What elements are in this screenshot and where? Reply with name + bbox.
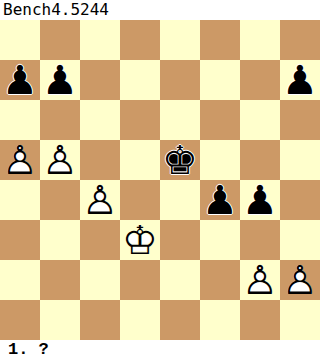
square-b4[interactable] xyxy=(40,180,80,220)
square-c3[interactable] xyxy=(80,220,120,260)
square-b1[interactable] xyxy=(40,300,80,340)
square-c4[interactable]: ♟♙ xyxy=(80,180,120,220)
square-a2[interactable] xyxy=(0,260,40,300)
square-e7[interactable] xyxy=(160,60,200,100)
square-h3[interactable] xyxy=(280,220,320,260)
square-h8[interactable] xyxy=(280,20,320,60)
square-f4[interactable]: ♟ xyxy=(200,180,240,220)
square-f8[interactable] xyxy=(200,20,240,60)
white-pawn[interactable]: ♙ xyxy=(280,260,320,300)
square-c5[interactable] xyxy=(80,140,120,180)
black-pawn[interactable]: ♟ xyxy=(280,60,320,100)
white-pawn-fill: ♟ xyxy=(40,140,80,180)
white-pawn-fill: ♟ xyxy=(240,260,280,300)
square-b2[interactable] xyxy=(40,260,80,300)
square-f7[interactable] xyxy=(200,60,240,100)
square-a1[interactable] xyxy=(0,300,40,340)
square-d2[interactable] xyxy=(120,260,160,300)
square-a7[interactable]: ♟ xyxy=(0,60,40,100)
diagram-title: Bench4.5244 xyxy=(3,0,109,20)
square-h6[interactable] xyxy=(280,100,320,140)
white-pawn[interactable]: ♙ xyxy=(80,180,120,220)
square-f3[interactable] xyxy=(200,220,240,260)
black-pawn[interactable]: ♟ xyxy=(200,180,240,220)
square-e1[interactable] xyxy=(160,300,200,340)
square-h1[interactable] xyxy=(280,300,320,340)
white-pawn-fill: ♟ xyxy=(80,180,120,220)
white-pawn-fill: ♟ xyxy=(280,260,320,300)
square-g2[interactable]: ♟♙ xyxy=(240,260,280,300)
black-pawn[interactable]: ♟ xyxy=(40,60,80,100)
chess-diagram: Bench4.5244 ♟♟♟♟♙♟♙♚♟♙♟♟♚♔♟♙♟♙ 1. ? xyxy=(0,0,320,360)
square-c7[interactable] xyxy=(80,60,120,100)
square-c2[interactable] xyxy=(80,260,120,300)
square-f5[interactable] xyxy=(200,140,240,180)
square-g8[interactable] xyxy=(240,20,280,60)
white-pawn[interactable]: ♙ xyxy=(0,140,40,180)
black-pawn[interactable]: ♟ xyxy=(240,180,280,220)
square-d4[interactable] xyxy=(120,180,160,220)
square-e5[interactable]: ♚ xyxy=(160,140,200,180)
square-c1[interactable] xyxy=(80,300,120,340)
square-h5[interactable] xyxy=(280,140,320,180)
square-g1[interactable] xyxy=(240,300,280,340)
square-b6[interactable] xyxy=(40,100,80,140)
square-d5[interactable] xyxy=(120,140,160,180)
white-pawn[interactable]: ♙ xyxy=(240,260,280,300)
white-king[interactable]: ♔ xyxy=(120,220,160,260)
square-e8[interactable] xyxy=(160,20,200,60)
square-g4[interactable]: ♟ xyxy=(240,180,280,220)
black-king[interactable]: ♚ xyxy=(160,140,200,180)
square-c6[interactable] xyxy=(80,100,120,140)
square-d6[interactable] xyxy=(120,100,160,140)
square-e3[interactable] xyxy=(160,220,200,260)
square-a4[interactable] xyxy=(0,180,40,220)
square-h2[interactable]: ♟♙ xyxy=(280,260,320,300)
square-f2[interactable] xyxy=(200,260,240,300)
square-d8[interactable] xyxy=(120,20,160,60)
square-f6[interactable] xyxy=(200,100,240,140)
square-d3[interactable]: ♚♔ xyxy=(120,220,160,260)
square-g7[interactable] xyxy=(240,60,280,100)
square-a8[interactable] xyxy=(0,20,40,60)
square-e4[interactable] xyxy=(160,180,200,220)
white-pawn-fill: ♟ xyxy=(0,140,40,180)
square-b3[interactable] xyxy=(40,220,80,260)
square-f1[interactable] xyxy=(200,300,240,340)
square-g5[interactable] xyxy=(240,140,280,180)
square-g3[interactable] xyxy=(240,220,280,260)
square-a6[interactable] xyxy=(0,100,40,140)
square-b7[interactable]: ♟ xyxy=(40,60,80,100)
chess-board: ♟♟♟♟♙♟♙♚♟♙♟♟♚♔♟♙♟♙ xyxy=(0,20,320,340)
square-d1[interactable] xyxy=(120,300,160,340)
square-a5[interactable]: ♟♙ xyxy=(0,140,40,180)
square-e2[interactable] xyxy=(160,260,200,300)
square-h4[interactable] xyxy=(280,180,320,220)
square-d7[interactable] xyxy=(120,60,160,100)
black-pawn[interactable]: ♟ xyxy=(0,60,40,100)
white-king-fill: ♚ xyxy=(120,220,160,260)
move-prompt: 1. ? xyxy=(8,340,49,360)
square-c8[interactable] xyxy=(80,20,120,60)
square-a3[interactable] xyxy=(0,220,40,260)
white-pawn[interactable]: ♙ xyxy=(40,140,80,180)
square-b5[interactable]: ♟♙ xyxy=(40,140,80,180)
square-e6[interactable] xyxy=(160,100,200,140)
square-h7[interactable]: ♟ xyxy=(280,60,320,100)
square-g6[interactable] xyxy=(240,100,280,140)
square-b8[interactable] xyxy=(40,20,80,60)
